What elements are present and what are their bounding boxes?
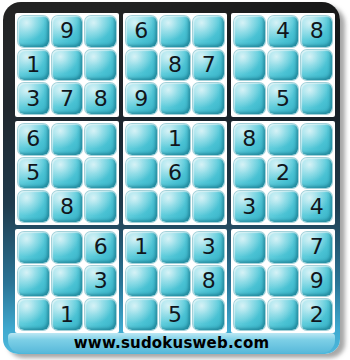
cell-r3c7[interactable] xyxy=(234,83,265,114)
cell-r1c7[interactable] xyxy=(234,16,265,47)
cell-r1c6[interactable] xyxy=(193,16,224,47)
cell-r2c7[interactable] xyxy=(234,50,265,81)
box-bottom-right: 7 9 2 xyxy=(231,229,335,333)
cell-r7c2[interactable] xyxy=(52,232,83,263)
cell-r3c8[interactable]: 5 xyxy=(268,83,299,114)
cell-r1c2[interactable]: 9 xyxy=(52,16,83,47)
cell-r7c5[interactable] xyxy=(160,232,191,263)
cell-r5c6[interactable] xyxy=(193,158,224,189)
cell-r2c5[interactable]: 8 xyxy=(160,50,191,81)
cell-r5c7[interactable] xyxy=(234,158,265,189)
cell-r9c4[interactable] xyxy=(126,299,157,330)
box-top-center: 6 8 7 9 xyxy=(123,13,227,117)
cell-r6c1[interactable] xyxy=(18,191,49,222)
cell-r4c7[interactable]: 8 xyxy=(234,124,265,155)
cell-r2c2[interactable] xyxy=(52,50,83,81)
box-top-right: 4 8 5 xyxy=(231,13,335,117)
cell-r8c1[interactable] xyxy=(18,266,49,297)
cell-r8c5[interactable] xyxy=(160,266,191,297)
cell-r7c3[interactable]: 6 xyxy=(85,232,116,263)
cell-r9c6[interactable] xyxy=(193,299,224,330)
box-middle-left: 6 5 8 xyxy=(15,121,119,225)
cell-r3c2[interactable]: 7 xyxy=(52,83,83,114)
cell-r8c7[interactable] xyxy=(234,266,265,297)
cell-r6c2[interactable]: 8 xyxy=(52,191,83,222)
cell-r1c5[interactable] xyxy=(160,16,191,47)
cell-r9c3[interactable] xyxy=(85,299,116,330)
cell-r3c9[interactable] xyxy=(301,83,332,114)
cell-r9c1[interactable] xyxy=(18,299,49,330)
cell-r1c9[interactable]: 8 xyxy=(301,16,332,47)
cell-r9c9[interactable]: 2 xyxy=(301,299,332,330)
box-bottom-center: 1 3 8 5 xyxy=(123,229,227,333)
cell-r5c2[interactable] xyxy=(52,158,83,189)
cell-r7c6[interactable]: 3 xyxy=(193,232,224,263)
cell-r6c5[interactable] xyxy=(160,191,191,222)
cell-r6c6[interactable] xyxy=(193,191,224,222)
cell-r3c1[interactable]: 3 xyxy=(18,83,49,114)
cell-r3c4[interactable]: 9 xyxy=(126,83,157,114)
cell-r1c1[interactable] xyxy=(18,16,49,47)
footer-band: www.sudokusweb.com xyxy=(8,333,335,353)
cell-r7c1[interactable] xyxy=(18,232,49,263)
cell-r1c8[interactable]: 4 xyxy=(268,16,299,47)
box-bottom-left: 6 3 1 xyxy=(15,229,119,333)
cell-r3c5[interactable] xyxy=(160,83,191,114)
cell-r4c2[interactable] xyxy=(52,124,83,155)
board-frame: 9 1 3 7 8 6 8 7 9 4 8 xyxy=(3,2,340,354)
cell-r7c7[interactable] xyxy=(234,232,265,263)
cell-r6c7[interactable]: 3 xyxy=(234,191,265,222)
cell-r4c4[interactable] xyxy=(126,124,157,155)
cell-r2c6[interactable]: 7 xyxy=(193,50,224,81)
cell-r8c4[interactable] xyxy=(126,266,157,297)
cell-r6c8[interactable] xyxy=(268,191,299,222)
cell-r3c3[interactable]: 8 xyxy=(85,83,116,114)
cell-r5c8[interactable]: 2 xyxy=(268,158,299,189)
cell-r9c2[interactable]: 1 xyxy=(52,299,83,330)
sudoku-board: 9 1 3 7 8 6 8 7 9 4 8 xyxy=(15,13,335,333)
box-middle-right: 8 2 3 4 xyxy=(231,121,335,225)
cell-r1c3[interactable] xyxy=(85,16,116,47)
cell-r9c8[interactable] xyxy=(268,299,299,330)
cell-r4c1[interactable]: 6 xyxy=(18,124,49,155)
cell-r6c4[interactable] xyxy=(126,191,157,222)
cell-r4c8[interactable] xyxy=(268,124,299,155)
cell-r8c3[interactable]: 3 xyxy=(85,266,116,297)
cell-r5c1[interactable]: 5 xyxy=(18,158,49,189)
cell-r5c4[interactable] xyxy=(126,158,157,189)
cell-r5c5[interactable]: 6 xyxy=(160,158,191,189)
cell-r3c6[interactable] xyxy=(193,83,224,114)
cell-r9c7[interactable] xyxy=(234,299,265,330)
cell-r5c3[interactable] xyxy=(85,158,116,189)
cell-r8c8[interactable] xyxy=(268,266,299,297)
site-url[interactable]: www.sudokusweb.com xyxy=(74,334,269,352)
box-top-left: 9 1 3 7 8 xyxy=(15,13,119,117)
cell-r4c6[interactable] xyxy=(193,124,224,155)
cell-r8c6[interactable]: 8 xyxy=(193,266,224,297)
cell-r7c4[interactable]: 1 xyxy=(126,232,157,263)
cell-r7c9[interactable]: 7 xyxy=(301,232,332,263)
cell-r4c5[interactable]: 1 xyxy=(160,124,191,155)
cell-r7c8[interactable] xyxy=(268,232,299,263)
cell-r8c2[interactable] xyxy=(52,266,83,297)
cell-r2c1[interactable]: 1 xyxy=(18,50,49,81)
page: { "game": "sudoku", "position": ".9.6...… xyxy=(0,0,350,360)
cell-r6c3[interactable] xyxy=(85,191,116,222)
cell-r2c3[interactable] xyxy=(85,50,116,81)
cell-r2c8[interactable] xyxy=(268,50,299,81)
cell-r8c9[interactable]: 9 xyxy=(301,266,332,297)
cell-r5c9[interactable] xyxy=(301,158,332,189)
cell-r4c3[interactable] xyxy=(85,124,116,155)
cell-r4c9[interactable] xyxy=(301,124,332,155)
cell-r6c9[interactable]: 4 xyxy=(301,191,332,222)
cell-r2c4[interactable] xyxy=(126,50,157,81)
cell-r1c4[interactable]: 6 xyxy=(126,16,157,47)
cell-r2c9[interactable] xyxy=(301,50,332,81)
box-middle-center: 1 6 xyxy=(123,121,227,225)
cell-r9c5[interactable]: 5 xyxy=(160,299,191,330)
